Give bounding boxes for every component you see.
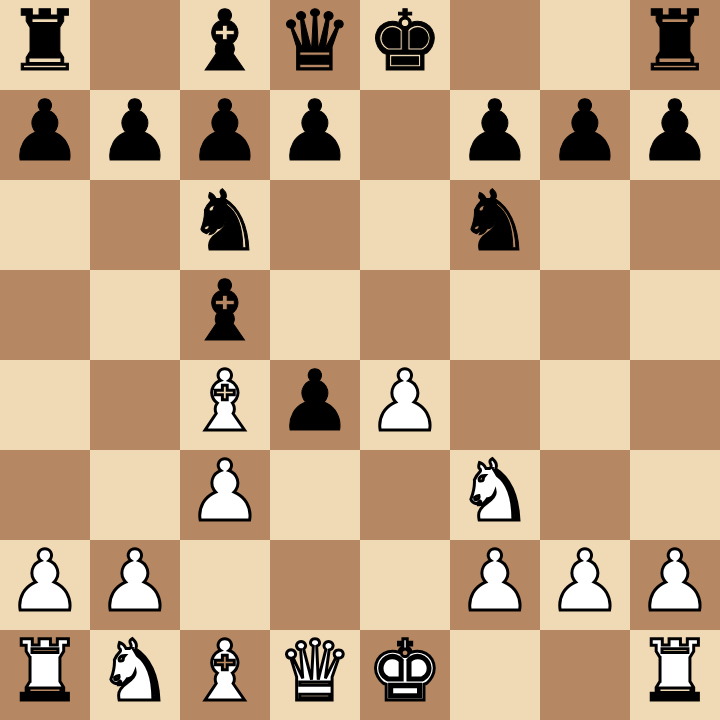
- square-f1[interactable]: [450, 630, 540, 720]
- square-b4[interactable]: [90, 360, 180, 450]
- square-h5[interactable]: [630, 270, 720, 360]
- piece-black-bishop[interactable]: ♝: [187, 266, 262, 356]
- piece-white-pawn[interactable]: ♟: [97, 536, 172, 626]
- square-a1[interactable]: ♜: [0, 630, 90, 720]
- square-f3[interactable]: ♞: [450, 450, 540, 540]
- square-d3[interactable]: [270, 450, 360, 540]
- square-h6[interactable]: [630, 180, 720, 270]
- piece-black-pawn[interactable]: ♟: [457, 86, 532, 176]
- piece-black-pawn[interactable]: ♟: [7, 86, 82, 176]
- square-e3[interactable]: [360, 450, 450, 540]
- square-d1[interactable]: ♛: [270, 630, 360, 720]
- square-b7[interactable]: ♟: [90, 90, 180, 180]
- square-a8[interactable]: ♜: [0, 0, 90, 90]
- square-e8[interactable]: ♚: [360, 0, 450, 90]
- square-a7[interactable]: ♟: [0, 90, 90, 180]
- piece-black-pawn[interactable]: ♟: [277, 86, 352, 176]
- square-e2[interactable]: [360, 540, 450, 630]
- square-c7[interactable]: ♟: [180, 90, 270, 180]
- square-h8[interactable]: ♜: [630, 0, 720, 90]
- piece-black-knight[interactable]: ♞: [187, 176, 262, 266]
- square-f6[interactable]: ♞: [450, 180, 540, 270]
- square-c1[interactable]: ♝: [180, 630, 270, 720]
- square-g3[interactable]: [540, 450, 630, 540]
- square-h3[interactable]: [630, 450, 720, 540]
- square-h4[interactable]: [630, 360, 720, 450]
- piece-black-queen[interactable]: ♛: [277, 0, 352, 86]
- square-d8[interactable]: ♛: [270, 0, 360, 90]
- square-b5[interactable]: [90, 270, 180, 360]
- square-a2[interactable]: ♟: [0, 540, 90, 630]
- square-d6[interactable]: [270, 180, 360, 270]
- piece-black-bishop[interactable]: ♝: [187, 0, 262, 86]
- square-g1[interactable]: [540, 630, 630, 720]
- piece-white-bishop[interactable]: ♝: [187, 356, 262, 446]
- piece-white-knight[interactable]: ♞: [97, 626, 172, 716]
- piece-white-pawn[interactable]: ♟: [7, 536, 82, 626]
- square-f2[interactable]: ♟: [450, 540, 540, 630]
- square-e6[interactable]: [360, 180, 450, 270]
- square-d2[interactable]: [270, 540, 360, 630]
- piece-black-pawn[interactable]: ♟: [637, 86, 712, 176]
- piece-white-pawn[interactable]: ♟: [457, 536, 532, 626]
- square-g7[interactable]: ♟: [540, 90, 630, 180]
- square-a5[interactable]: [0, 270, 90, 360]
- square-c8[interactable]: ♝: [180, 0, 270, 90]
- square-g4[interactable]: [540, 360, 630, 450]
- piece-black-pawn[interactable]: ♟: [97, 86, 172, 176]
- piece-white-pawn[interactable]: ♟: [547, 536, 622, 626]
- chess-board: ♜♝♛♚♜♟♟♟♟♟♟♟♞♞♝♝♟♟♟♞♟♟♟♟♟♜♞♝♛♚♜: [0, 0, 720, 720]
- piece-black-rook[interactable]: ♜: [7, 0, 82, 86]
- square-b1[interactable]: ♞: [90, 630, 180, 720]
- square-f8[interactable]: [450, 0, 540, 90]
- square-e7[interactable]: [360, 90, 450, 180]
- square-c3[interactable]: ♟: [180, 450, 270, 540]
- piece-white-pawn[interactable]: ♟: [637, 536, 712, 626]
- square-c5[interactable]: ♝: [180, 270, 270, 360]
- piece-white-pawn[interactable]: ♟: [367, 356, 442, 446]
- square-d5[interactable]: [270, 270, 360, 360]
- piece-white-queen[interactable]: ♛: [277, 626, 352, 716]
- piece-black-pawn[interactable]: ♟: [547, 86, 622, 176]
- square-c6[interactable]: ♞: [180, 180, 270, 270]
- piece-black-pawn[interactable]: ♟: [277, 356, 352, 446]
- piece-black-king[interactable]: ♚: [367, 0, 442, 86]
- piece-white-king[interactable]: ♚: [367, 626, 442, 716]
- piece-white-pawn[interactable]: ♟: [187, 446, 262, 536]
- square-h2[interactable]: ♟: [630, 540, 720, 630]
- square-h1[interactable]: ♜: [630, 630, 720, 720]
- piece-white-knight[interactable]: ♞: [457, 446, 532, 536]
- square-e1[interactable]: ♚: [360, 630, 450, 720]
- square-e4[interactable]: ♟: [360, 360, 450, 450]
- square-b3[interactable]: [90, 450, 180, 540]
- piece-black-rook[interactable]: ♜: [637, 0, 712, 86]
- square-b2[interactable]: ♟: [90, 540, 180, 630]
- piece-white-rook[interactable]: ♜: [7, 626, 82, 716]
- square-g6[interactable]: [540, 180, 630, 270]
- square-a4[interactable]: [0, 360, 90, 450]
- square-g5[interactable]: [540, 270, 630, 360]
- square-h7[interactable]: ♟: [630, 90, 720, 180]
- square-b6[interactable]: [90, 180, 180, 270]
- square-d7[interactable]: ♟: [270, 90, 360, 180]
- square-f7[interactable]: ♟: [450, 90, 540, 180]
- piece-white-rook[interactable]: ♜: [637, 626, 712, 716]
- square-g8[interactable]: [540, 0, 630, 90]
- square-g2[interactable]: ♟: [540, 540, 630, 630]
- piece-white-bishop[interactable]: ♝: [187, 626, 262, 716]
- piece-black-pawn[interactable]: ♟: [187, 86, 262, 176]
- square-e5[interactable]: [360, 270, 450, 360]
- square-b8[interactable]: [90, 0, 180, 90]
- square-a3[interactable]: [0, 450, 90, 540]
- square-f4[interactable]: [450, 360, 540, 450]
- square-f5[interactable]: [450, 270, 540, 360]
- square-c4[interactable]: ♝: [180, 360, 270, 450]
- square-c2[interactable]: [180, 540, 270, 630]
- square-a6[interactable]: [0, 180, 90, 270]
- square-d4[interactable]: ♟: [270, 360, 360, 450]
- piece-black-knight[interactable]: ♞: [457, 176, 532, 266]
